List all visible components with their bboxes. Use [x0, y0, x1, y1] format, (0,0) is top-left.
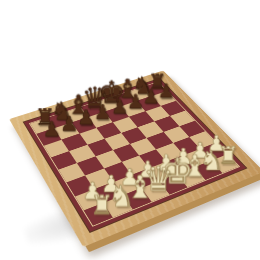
chess-set-photo: ♜♞♝♛♚♝♞♜♟♟♟♟♟♟♟♟♟♟♟♟♟♟♟♟♜♞♝♛♚♝♞♜: [0, 0, 260, 260]
scene: ♜♞♝♛♚♝♞♜♟♟♟♟♟♟♟♟♟♟♟♟♟♟♟♟♜♞♝♛♚♝♞♜: [0, 0, 260, 260]
piece-black-queen: ♛: [82, 84, 108, 113]
chess-board: ♜♞♝♛♚♝♞♜♟♟♟♟♟♟♟♟♟♟♟♟♟♟♟♟♜♞♝♛♚♝♞♜: [9, 71, 260, 247]
board-grid: ♜♞♝♛♚♝♞♜♟♟♟♟♟♟♟♟♟♟♟♟♟♟♟♟♜♞♝♛♚♝♞♜: [30, 82, 239, 225]
square-f2: ♟: [166, 155, 194, 174]
piece-black-bishop: ♝: [67, 92, 91, 119]
piece-white-pawn: ♟: [207, 134, 226, 155]
square-d4: [113, 144, 139, 162]
square-a6: [44, 139, 69, 157]
piece-black-rook: ♜: [148, 71, 167, 92]
board-border-band: ♜♞♝♛♚♝♞♜♟♟♟♟♟♟♟♟♟♟♟♟♟♟♟♟♜♞♝♛♚♝♞♜: [23, 78, 248, 233]
